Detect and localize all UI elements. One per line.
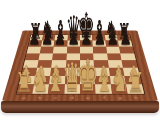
piece-black-pawn[interactable]: ♟ bbox=[41, 29, 53, 48]
square-g1[interactable]: ♞ bbox=[111, 84, 128, 93]
piece-white-king[interactable]: ♚ bbox=[77, 54, 98, 97]
piece-black-pawn[interactable]: ♟ bbox=[67, 29, 79, 48]
piece-black-pawn[interactable]: ♟ bbox=[107, 29, 119, 48]
square-h5[interactable] bbox=[120, 53, 135, 60]
square-g7[interactable]: ♟ bbox=[105, 41, 119, 47]
square-g5[interactable] bbox=[107, 53, 122, 60]
square-f7[interactable]: ♟ bbox=[93, 41, 106, 47]
square-d7[interactable]: ♟ bbox=[67, 41, 80, 47]
file-label-b: b bbox=[31, 96, 48, 100]
file-label-g: g bbox=[112, 96, 129, 100]
piece-black-pawn[interactable]: ♟ bbox=[28, 29, 40, 48]
piece-black-pawn[interactable]: ♟ bbox=[54, 29, 66, 48]
square-a5[interactable] bbox=[25, 53, 40, 60]
square-e1[interactable]: ♚ bbox=[80, 84, 96, 93]
chess-set-photo: ♜♞♝♛♚♝♞♜♟♟♟♟♟♟♟♟♟♟♟♟♟♟♟♟♜♞♝♛♚♝♞♜ abcdefg… bbox=[0, 0, 160, 123]
file-label-h: h bbox=[128, 96, 145, 100]
file-label-d: d bbox=[64, 96, 80, 100]
board-squares: ♜♞♝♛♚♝♞♜♟♟♟♟♟♟♟♟♟♟♟♟♟♟♟♟♜♞♝♛♚♝♞♜ bbox=[15, 34, 145, 94]
square-c7[interactable]: ♟ bbox=[54, 41, 67, 47]
square-b5[interactable] bbox=[38, 53, 53, 60]
square-e7[interactable]: ♟ bbox=[80, 41, 93, 47]
piece-white-knight[interactable]: ♞ bbox=[111, 66, 129, 96]
piece-black-pawn[interactable]: ♟ bbox=[80, 29, 92, 48]
file-label-f: f bbox=[96, 96, 112, 100]
board-front-edge bbox=[1, 101, 159, 113]
piece-black-pawn[interactable]: ♟ bbox=[93, 29, 105, 48]
piece-white-rook[interactable]: ♜ bbox=[128, 69, 145, 95]
piece-black-pawn[interactable]: ♟ bbox=[120, 29, 132, 48]
chess-board: ♜♞♝♛♚♝♞♜♟♟♟♟♟♟♟♟♟♟♟♟♟♟♟♟♜♞♝♛♚♝♞♜ abcdefg… bbox=[2, 30, 158, 101]
square-b7[interactable]: ♟ bbox=[41, 41, 55, 47]
square-h7[interactable]: ♟ bbox=[118, 41, 132, 47]
square-a7[interactable]: ♟ bbox=[28, 41, 42, 47]
file-label-a: a bbox=[15, 96, 32, 100]
file-label-e: e bbox=[80, 96, 96, 100]
file-label-c: c bbox=[48, 96, 64, 100]
